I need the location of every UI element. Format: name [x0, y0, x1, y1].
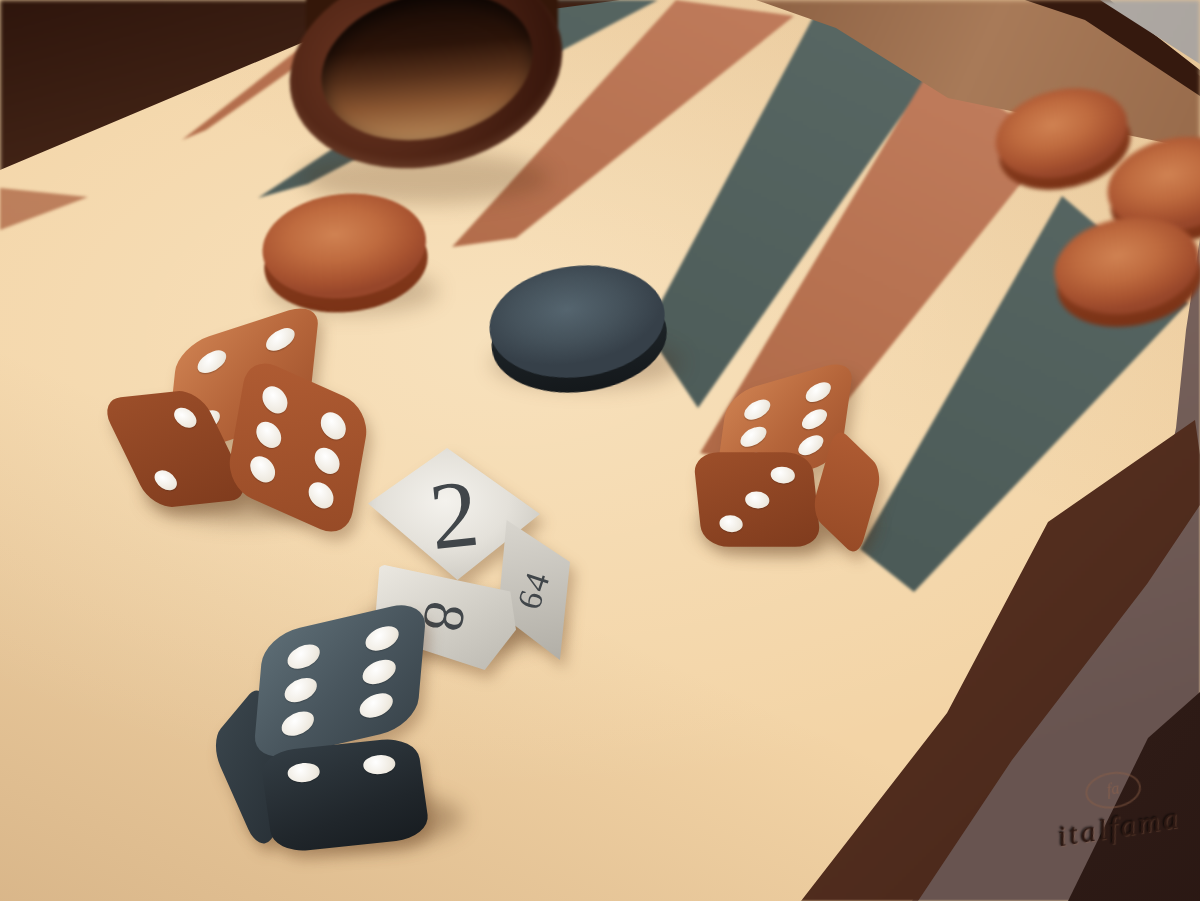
die-pip: [313, 443, 342, 478]
die-pip: [254, 417, 283, 452]
die-pip: [718, 516, 744, 533]
die-face-front: [259, 736, 430, 854]
checker-amber-field[interactable]: [257, 186, 432, 320]
die-pip: [797, 433, 825, 459]
die-pip: [362, 657, 397, 688]
die-slate[interactable]: [228, 618, 463, 853]
die-face-top: [253, 598, 428, 764]
die-pip: [362, 754, 396, 775]
die-face-front-right: [225, 354, 371, 541]
die-pip: [743, 397, 771, 423]
die-amber-left[interactable]: [128, 328, 373, 533]
die-pip: [286, 642, 321, 673]
die-pip: [770, 466, 796, 483]
die-pip: [248, 452, 277, 487]
dice-cup[interactable]: [272, 0, 588, 208]
backgammon-photo-scene: fa italfama: [0, 0, 1200, 901]
die-pip: [287, 762, 321, 783]
die-pip: [280, 708, 315, 739]
die-pip: [171, 407, 201, 429]
die-pip: [283, 675, 318, 706]
die-pip: [365, 623, 400, 654]
die-pip: [740, 423, 768, 449]
die-pip: [197, 347, 228, 377]
die-pip: [265, 325, 296, 355]
die-pip: [150, 469, 180, 491]
die-pip: [744, 491, 770, 508]
die-amber-right[interactable]: [688, 380, 873, 555]
die-pip: [319, 409, 348, 444]
die-pip: [307, 478, 336, 513]
die-face-front: [693, 452, 822, 546]
brand-emblem: fa: [1083, 768, 1144, 812]
die-pip: [260, 382, 289, 417]
die-pip: [359, 690, 394, 721]
die-pip: [800, 406, 828, 432]
die-pip: [804, 379, 832, 405]
checker-slate-field[interactable]: [483, 256, 673, 403]
